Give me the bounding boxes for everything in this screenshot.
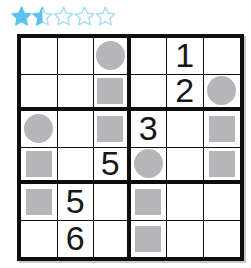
even-square-marker xyxy=(135,189,161,215)
cell-r4c3[interactable]: 5 xyxy=(94,148,131,185)
odd-circle-marker xyxy=(24,114,53,143)
cell-r6c6[interactable] xyxy=(204,221,241,258)
cell-r3c3[interactable] xyxy=(94,111,131,148)
cell-r1c3[interactable] xyxy=(94,38,131,75)
star-icon-4-empty xyxy=(74,6,95,27)
even-square-marker xyxy=(209,116,235,142)
cell-r5c6[interactable] xyxy=(204,184,241,221)
cell-r3c5[interactable] xyxy=(167,111,204,148)
cell-r6c3[interactable] xyxy=(94,221,131,258)
given-number: 1 xyxy=(175,38,194,72)
cell-r1c4[interactable] xyxy=(131,38,168,75)
cell-r4c5[interactable] xyxy=(167,148,204,185)
star-icon-2-half xyxy=(32,6,53,27)
cell-r2c3[interactable] xyxy=(94,75,131,112)
even-square-marker xyxy=(209,151,235,177)
given-number: 6 xyxy=(66,221,85,255)
cell-r5c5[interactable] xyxy=(167,184,204,221)
cell-r6c4[interactable] xyxy=(131,221,168,258)
difficulty-rating xyxy=(11,6,116,28)
cell-r1c2[interactable] xyxy=(58,38,95,75)
cell-r5c4[interactable] xyxy=(131,184,168,221)
given-number: 3 xyxy=(139,111,158,145)
given-number: 2 xyxy=(175,73,194,107)
odd-circle-marker xyxy=(207,76,236,105)
even-square-marker xyxy=(26,151,52,177)
cell-r2c6[interactable] xyxy=(204,75,241,112)
even-square-marker xyxy=(135,226,161,252)
cell-r4c4[interactable] xyxy=(131,148,168,185)
cell-r4c2[interactable] xyxy=(58,148,95,185)
star-icon-3-empty xyxy=(53,6,74,27)
even-square-marker xyxy=(97,78,123,104)
cell-r6c2[interactable]: 6 xyxy=(58,221,95,258)
cell-r3c1[interactable] xyxy=(21,111,58,148)
cell-r3c6[interactable] xyxy=(204,111,241,148)
cell-r1c6[interactable] xyxy=(204,38,241,75)
cell-r6c1[interactable] xyxy=(21,221,58,258)
cell-r3c4[interactable]: 3 xyxy=(131,111,168,148)
cell-r5c3[interactable] xyxy=(94,184,131,221)
cell-r4c1[interactable] xyxy=(21,148,58,185)
cell-r1c5[interactable]: 1 xyxy=(167,38,204,75)
star-icon-5-empty xyxy=(95,6,116,27)
cell-r2c4[interactable] xyxy=(131,75,168,112)
cell-r4c6[interactable] xyxy=(204,148,241,185)
given-number: 5 xyxy=(66,184,85,218)
odd-circle-marker xyxy=(134,149,163,178)
cell-r1c1[interactable] xyxy=(21,38,58,75)
cell-r5c2[interactable]: 5 xyxy=(58,184,95,221)
cell-r6c5[interactable] xyxy=(167,221,204,258)
cell-r2c2[interactable] xyxy=(58,75,95,112)
cell-r5c1[interactable] xyxy=(21,184,58,221)
even-square-marker xyxy=(97,116,123,142)
given-number: 5 xyxy=(101,146,120,180)
puzzle-page: 123556 xyxy=(0,0,251,268)
star-icon-1-full xyxy=(11,6,32,27)
cell-r2c1[interactable] xyxy=(21,75,58,112)
odd-circle-marker xyxy=(96,41,125,70)
cell-r2c5[interactable]: 2 xyxy=(167,75,204,112)
even-square-marker xyxy=(26,189,52,215)
cell-r3c2[interactable] xyxy=(58,111,95,148)
sudoku-grid: 123556 xyxy=(17,34,244,261)
